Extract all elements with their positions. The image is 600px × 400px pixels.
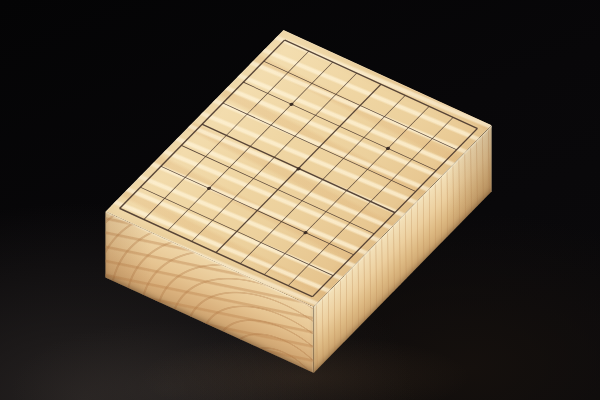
photo-background [0,0,600,400]
